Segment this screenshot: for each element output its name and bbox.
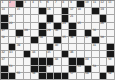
grid-cell[interactable] bbox=[31, 30, 39, 37]
clue-number: 10 bbox=[85, 1, 88, 4]
clue-number: 19 bbox=[100, 8, 103, 11]
black-cell bbox=[39, 8, 47, 15]
clue-number: 13 bbox=[108, 1, 111, 4]
grid-cell[interactable]: 58 bbox=[85, 73, 93, 80]
grid-cell[interactable]: 15 bbox=[16, 8, 24, 15]
grid-cell[interactable]: 16 bbox=[47, 8, 55, 15]
grid-cell[interactable]: 29 bbox=[47, 30, 55, 37]
grid-cell[interactable]: 36 bbox=[69, 37, 77, 44]
black-cell bbox=[31, 37, 39, 44]
grid-cell[interactable]: 40 bbox=[54, 44, 62, 51]
grid-cell[interactable] bbox=[77, 30, 85, 37]
grid-cell[interactable]: 4 bbox=[31, 1, 39, 8]
grid-cell[interactable] bbox=[24, 15, 32, 22]
clue-number: 1 bbox=[2, 1, 4, 4]
grid-cell[interactable] bbox=[77, 44, 85, 51]
grid-cell[interactable]: 13 bbox=[107, 1, 115, 8]
clue-number: 37 bbox=[85, 36, 88, 39]
black-cell bbox=[39, 23, 47, 30]
grid-cell[interactable]: 35 bbox=[62, 37, 70, 44]
grid-cell[interactable]: 31 bbox=[92, 30, 100, 37]
clue-number: 11 bbox=[93, 1, 96, 4]
cursor-cell[interactable]: 2 bbox=[9, 1, 17, 8]
grid-cell[interactable]: 39 bbox=[16, 44, 24, 51]
grid-cell[interactable] bbox=[100, 44, 108, 51]
black-cell bbox=[100, 73, 108, 80]
black-cell bbox=[39, 58, 47, 65]
grid-cell[interactable] bbox=[24, 73, 32, 80]
clue-number: 40 bbox=[55, 44, 58, 47]
clue-number: 39 bbox=[17, 44, 20, 47]
grid-cell[interactable] bbox=[24, 66, 32, 73]
clue-number: 46 bbox=[70, 51, 73, 54]
grid-cell[interactable]: 24 bbox=[62, 23, 70, 30]
grid-cell[interactable] bbox=[24, 44, 32, 51]
clue-number: 44 bbox=[32, 51, 35, 54]
clue-number: 47 bbox=[2, 58, 5, 61]
grid-cell[interactable] bbox=[107, 15, 115, 22]
clue-number: 18 bbox=[77, 8, 80, 11]
grid-cell[interactable]: 19 bbox=[100, 8, 108, 15]
crossword-grid: 1234567891011121314151617181920212223242… bbox=[0, 0, 115, 80]
clue-number: 15 bbox=[17, 8, 20, 11]
clue-number: 59 bbox=[108, 72, 111, 75]
grid-cell[interactable] bbox=[85, 23, 93, 30]
clue-number: 48 bbox=[55, 58, 58, 61]
grid-cell[interactable] bbox=[54, 15, 62, 22]
grid-cell[interactable]: 57 bbox=[69, 73, 77, 80]
clue-number: 52 bbox=[47, 65, 50, 68]
grid-cell[interactable]: 41 bbox=[92, 44, 100, 51]
black-cell bbox=[54, 73, 62, 80]
grid-cell[interactable]: 55 bbox=[16, 73, 24, 80]
clue-number: 38 bbox=[100, 36, 103, 39]
clue-number: 16 bbox=[47, 8, 50, 11]
clue-number: 20 bbox=[9, 15, 12, 18]
black-cell bbox=[1, 15, 9, 22]
grid-cell[interactable]: 46 bbox=[69, 51, 77, 58]
grid-cell[interactable] bbox=[92, 15, 100, 22]
grid-cell[interactable]: 38 bbox=[100, 37, 108, 44]
grid-cell[interactable] bbox=[107, 30, 115, 37]
clue-number: 42 bbox=[2, 51, 5, 54]
clue-number: 45 bbox=[47, 51, 50, 54]
grid-cell[interactable] bbox=[39, 15, 47, 22]
black-cell bbox=[69, 58, 77, 65]
clue-number: 5 bbox=[39, 1, 41, 4]
clue-number: 23 bbox=[47, 22, 50, 25]
black-cell bbox=[31, 58, 39, 65]
grid-cell[interactable]: 48 bbox=[54, 58, 62, 65]
grid-cell[interactable] bbox=[92, 51, 100, 58]
clue-number: 50 bbox=[108, 58, 111, 61]
grid-cell[interactable]: 52 bbox=[47, 66, 55, 73]
grid-cell[interactable] bbox=[54, 66, 62, 73]
clue-number: 25 bbox=[77, 22, 80, 25]
black-cell bbox=[1, 66, 9, 73]
clue-number: 8 bbox=[62, 1, 64, 4]
grid-cell[interactable]: 51 bbox=[9, 66, 17, 73]
clue-number: 51 bbox=[9, 65, 12, 68]
grid-cell[interactable] bbox=[107, 8, 115, 15]
clue-number: 49 bbox=[85, 58, 88, 61]
grid-cell[interactable]: 11 bbox=[92, 1, 100, 8]
black-cell bbox=[1, 73, 9, 80]
black-cell bbox=[39, 73, 47, 80]
grid-cell[interactable] bbox=[16, 58, 24, 65]
clue-number: 4 bbox=[32, 1, 34, 4]
clue-number: 17 bbox=[70, 8, 73, 11]
clue-number: 27 bbox=[2, 29, 5, 32]
grid-cell[interactable] bbox=[24, 58, 32, 65]
clue-number: 24 bbox=[62, 22, 65, 25]
grid-cell[interactable]: 8 bbox=[62, 1, 70, 8]
clue-number: 14 bbox=[2, 8, 5, 11]
grid-cell[interactable] bbox=[107, 23, 115, 30]
grid-cell[interactable] bbox=[24, 8, 32, 15]
grid-cell[interactable]: 45 bbox=[47, 51, 55, 58]
grid-cell[interactable] bbox=[16, 15, 24, 22]
grid-cell[interactable] bbox=[62, 44, 70, 51]
grid-cell[interactable] bbox=[54, 8, 62, 15]
clue-number: 7 bbox=[55, 1, 57, 4]
grid-cell[interactable] bbox=[100, 51, 108, 58]
clue-number: 53 bbox=[77, 65, 80, 68]
clue-number: 22 bbox=[9, 22, 12, 25]
black-cell bbox=[62, 8, 70, 15]
grid-cell[interactable] bbox=[39, 51, 47, 58]
grid-cell[interactable]: 22 bbox=[9, 23, 17, 30]
grid-cell[interactable]: 7 bbox=[54, 1, 62, 8]
grid-cell[interactable]: 54 bbox=[92, 66, 100, 73]
grid-cell[interactable] bbox=[24, 37, 32, 44]
grid-cell[interactable]: 56 bbox=[31, 73, 39, 80]
grid-cell[interactable]: 37 bbox=[85, 37, 93, 44]
black-cell bbox=[62, 73, 70, 80]
grid-cell[interactable]: 5 bbox=[39, 1, 47, 8]
black-cell bbox=[62, 51, 70, 58]
clue-number: 6 bbox=[47, 1, 49, 4]
grid-cell[interactable] bbox=[9, 30, 17, 37]
clue-number: 57 bbox=[70, 72, 73, 75]
clue-number: 33 bbox=[17, 36, 20, 39]
grid-cell[interactable]: 28 bbox=[24, 30, 32, 37]
clue-number: 21 bbox=[70, 15, 73, 18]
clue-number: 41 bbox=[93, 44, 96, 47]
grid-cell[interactable] bbox=[77, 37, 85, 44]
clue-number: 31 bbox=[93, 29, 96, 32]
grid-cell[interactable] bbox=[107, 37, 115, 44]
clue-number: 35 bbox=[62, 36, 65, 39]
clue-number: 28 bbox=[24, 29, 27, 32]
grid-cell[interactable]: 53 bbox=[77, 66, 85, 73]
grid-cell[interactable]: 21 bbox=[69, 15, 77, 22]
grid-cell[interactable] bbox=[85, 8, 93, 15]
black-cell bbox=[47, 73, 55, 80]
grid-cell[interactable]: 47 bbox=[1, 58, 9, 65]
grid-cell[interactable] bbox=[85, 15, 93, 22]
grid-cell[interactable] bbox=[39, 44, 47, 51]
grid-cell[interactable] bbox=[100, 58, 108, 65]
black-cell bbox=[69, 23, 77, 30]
black-cell bbox=[107, 44, 115, 51]
grid-cell[interactable]: 32 bbox=[1, 37, 9, 44]
grid-cell[interactable] bbox=[100, 66, 108, 73]
clue-number: 43 bbox=[9, 51, 12, 54]
grid-cell[interactable]: 59 bbox=[107, 73, 115, 80]
clue-number: 54 bbox=[93, 65, 96, 68]
black-cell bbox=[24, 51, 32, 58]
grid-cell[interactable] bbox=[31, 23, 39, 30]
clue-number: 12 bbox=[100, 1, 103, 4]
clue-number: 32 bbox=[2, 36, 5, 39]
clue-number: 26 bbox=[100, 22, 103, 25]
grid-cell[interactable] bbox=[31, 8, 39, 15]
clue-number: 36 bbox=[70, 36, 73, 39]
black-cell bbox=[92, 8, 100, 15]
grid-cell[interactable] bbox=[85, 44, 93, 51]
black-cell bbox=[39, 66, 47, 73]
clue-number: 3 bbox=[24, 1, 26, 4]
grid-cell[interactable] bbox=[47, 37, 55, 44]
clue-number: 9 bbox=[70, 1, 72, 4]
grid-cell[interactable]: 25 bbox=[77, 23, 85, 30]
grid-cell[interactable] bbox=[77, 73, 85, 80]
grid-cell[interactable]: 44 bbox=[31, 51, 39, 58]
clue-number: 58 bbox=[85, 72, 88, 75]
grid-cell[interactable]: 43 bbox=[9, 51, 17, 58]
grid-cell[interactable] bbox=[62, 58, 70, 65]
grid-cell[interactable]: 26 bbox=[100, 23, 108, 30]
clue-number: 30 bbox=[55, 29, 58, 32]
grid-cell[interactable]: 18 bbox=[77, 8, 85, 15]
grid-cell[interactable]: 50 bbox=[107, 58, 115, 65]
grid-cell[interactable]: 10 bbox=[85, 1, 93, 8]
grid-cell[interactable] bbox=[16, 23, 24, 30]
grid-cell[interactable]: 3 bbox=[24, 1, 32, 8]
clue-number: 2 bbox=[9, 1, 11, 4]
grid-cell[interactable]: 49 bbox=[85, 58, 93, 65]
grid-cell[interactable]: 14 bbox=[1, 8, 9, 15]
clue-number: 29 bbox=[47, 29, 50, 32]
grid-cell[interactable] bbox=[31, 15, 39, 22]
clue-number: 56 bbox=[32, 72, 35, 75]
grid-cell[interactable] bbox=[62, 66, 70, 73]
grid-cell[interactable]: 34 bbox=[39, 37, 47, 44]
grid-cell[interactable] bbox=[16, 51, 24, 58]
grid-cell[interactable]: 30 bbox=[54, 30, 62, 37]
grid-cell[interactable] bbox=[77, 51, 85, 58]
grid-cell[interactable] bbox=[9, 37, 17, 44]
black-cell bbox=[9, 73, 17, 80]
clue-number: 55 bbox=[17, 72, 20, 75]
clue-number: 34 bbox=[39, 36, 42, 39]
grid-cell[interactable] bbox=[92, 73, 100, 80]
